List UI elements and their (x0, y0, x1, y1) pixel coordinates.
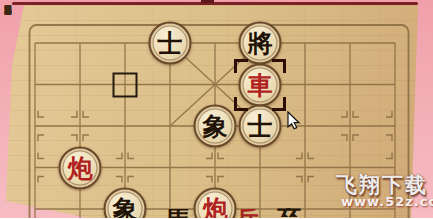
piece-glyph: 將 (248, 31, 273, 56)
partial-piece-bottom-edge[interactable]: 卒 (272, 208, 306, 217)
piece-glyph: 兵 (231, 209, 265, 218)
partial-piece-bottom-edge[interactable]: 兵 (231, 209, 265, 218)
piece-black-general-6-1[interactable]: 將 (239, 22, 282, 65)
piece-glyph: 卒 (272, 208, 306, 217)
piece-glyph: 炮 (203, 197, 228, 219)
piece-glyph: 炮 (68, 155, 93, 180)
partial-piece-bottom-edge[interactable]: 馬 (161, 209, 195, 218)
move-from-square-marker (113, 72, 138, 97)
piece-glyph: 象 (113, 197, 138, 219)
column-label: 9 (0, 4, 16, 18)
piece-glyph: 馬 (161, 209, 195, 218)
piece-glyph: 車 (248, 72, 273, 97)
piece-glyph: 士 (248, 114, 273, 139)
piece-black-advisor-4-1[interactable]: 士 (149, 22, 192, 65)
piece-glyph: 士 (158, 31, 183, 56)
piece-black-advisor-6-3[interactable]: 士 (239, 105, 282, 148)
piece-red-cannon-2-4[interactable]: 炮 (59, 146, 102, 189)
piece-black-elephant-5-3[interactable]: 象 (194, 105, 237, 148)
watermark-url: www.52z.com (341, 194, 433, 209)
xiangqi-screenshot: 1 2 3 4 5 6 7 8 9 將 士 車 象 士 炮 象 炮 馬 兵 卒 … (0, 0, 433, 218)
piece-red-chariot-6-2[interactable]: 車 (239, 63, 282, 106)
piece-glyph: 象 (203, 114, 228, 139)
